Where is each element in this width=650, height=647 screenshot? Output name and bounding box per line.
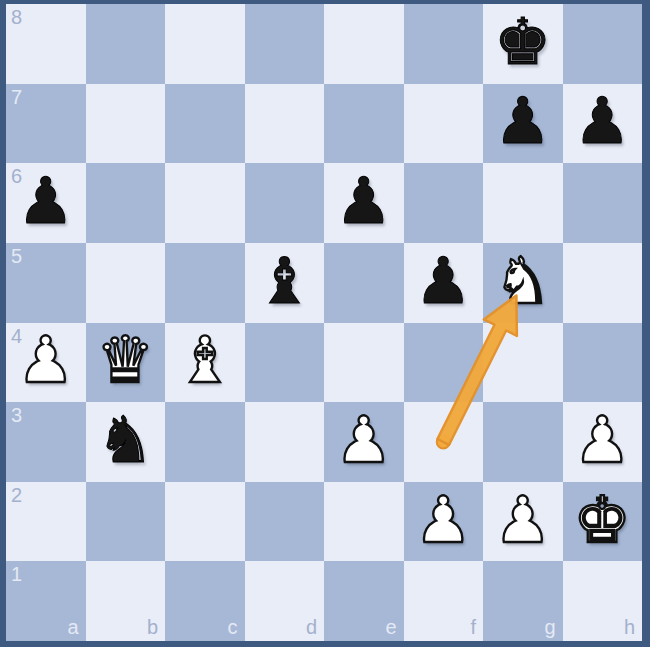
square-c8[interactable] — [165, 4, 245, 84]
square-b6[interactable] — [86, 163, 166, 243]
piece-white-king: ♚ — [574, 488, 631, 552]
square-a6[interactable]: 6♟ — [6, 163, 86, 243]
square-a2[interactable]: 2 — [6, 482, 86, 562]
square-c7[interactable] — [165, 84, 245, 164]
square-c6[interactable] — [165, 163, 245, 243]
piece-black-pawn: ♟ — [574, 89, 631, 153]
square-g7[interactable]: ♟ — [483, 84, 563, 164]
square-f2[interactable]: ♟ — [404, 482, 484, 562]
square-e3[interactable]: ♟ — [324, 402, 404, 482]
square-g1[interactable]: g — [483, 561, 563, 641]
file-label-e: e — [385, 617, 396, 637]
square-e8[interactable] — [324, 4, 404, 84]
piece-black-knight: ♞ — [97, 408, 154, 472]
piece-white-bishop: ♝ — [176, 328, 233, 392]
square-g3[interactable] — [483, 402, 563, 482]
square-a5[interactable]: 5 — [6, 243, 86, 323]
square-f3[interactable] — [404, 402, 484, 482]
square-d1[interactable]: d — [245, 561, 325, 641]
rank-label-7: 7 — [11, 87, 22, 107]
square-d5[interactable]: ♝ — [245, 243, 325, 323]
file-label-b: b — [147, 617, 158, 637]
square-f6[interactable] — [404, 163, 484, 243]
square-a8[interactable]: 8 — [6, 4, 86, 84]
square-b3[interactable]: ♞ — [86, 402, 166, 482]
square-d8[interactable] — [245, 4, 325, 84]
square-h3[interactable]: ♟ — [563, 402, 643, 482]
rank-label-1: 1 — [11, 564, 22, 584]
square-h5[interactable] — [563, 243, 643, 323]
square-e7[interactable] — [324, 84, 404, 164]
square-d2[interactable] — [245, 482, 325, 562]
square-g6[interactable] — [483, 163, 563, 243]
rank-label-8: 8 — [11, 7, 22, 27]
square-h8[interactable] — [563, 4, 643, 84]
rank-label-3: 3 — [11, 405, 22, 425]
piece-white-pawn: ♟ — [574, 408, 631, 472]
square-h4[interactable] — [563, 323, 643, 403]
square-a4[interactable]: 4♟ — [6, 323, 86, 403]
square-h1[interactable]: h — [563, 561, 643, 641]
file-label-c: c — [228, 617, 238, 637]
piece-white-pawn: ♟ — [335, 408, 392, 472]
piece-black-pawn: ♟ — [415, 249, 472, 313]
file-label-f: f — [470, 617, 476, 637]
chess-board: 8♚7♟♟6♟♟5♝♟♞4♟♛♝3♞♟♟2♟♟♚1abcdefgh — [6, 4, 642, 641]
square-e4[interactable] — [324, 323, 404, 403]
square-f5[interactable]: ♟ — [404, 243, 484, 323]
square-h7[interactable]: ♟ — [563, 84, 643, 164]
piece-white-pawn: ♟ — [494, 488, 551, 552]
square-e2[interactable] — [324, 482, 404, 562]
piece-black-pawn: ♟ — [17, 169, 74, 233]
square-g2[interactable]: ♟ — [483, 482, 563, 562]
square-g5[interactable]: ♞ — [483, 243, 563, 323]
square-h6[interactable] — [563, 163, 643, 243]
square-f4[interactable] — [404, 323, 484, 403]
square-h2[interactable]: ♚ — [563, 482, 643, 562]
square-b4[interactable]: ♛ — [86, 323, 166, 403]
square-d6[interactable] — [245, 163, 325, 243]
square-e5[interactable] — [324, 243, 404, 323]
square-b2[interactable] — [86, 482, 166, 562]
square-c1[interactable]: c — [165, 561, 245, 641]
piece-white-pawn: ♟ — [415, 488, 472, 552]
square-d7[interactable] — [245, 84, 325, 164]
piece-black-king: ♚ — [494, 10, 551, 74]
square-b5[interactable] — [86, 243, 166, 323]
square-a7[interactable]: 7 — [6, 84, 86, 164]
piece-white-knight: ♞ — [494, 249, 551, 313]
square-d3[interactable] — [245, 402, 325, 482]
square-f7[interactable] — [404, 84, 484, 164]
square-d4[interactable] — [245, 323, 325, 403]
square-c4[interactable]: ♝ — [165, 323, 245, 403]
square-c2[interactable] — [165, 482, 245, 562]
piece-black-pawn: ♟ — [494, 89, 551, 153]
square-c3[interactable] — [165, 402, 245, 482]
rank-label-5: 5 — [11, 246, 22, 266]
file-label-d: d — [306, 617, 317, 637]
piece-black-bishop: ♝ — [256, 249, 313, 313]
file-label-g: g — [544, 617, 555, 637]
square-f8[interactable] — [404, 4, 484, 84]
square-g4[interactable] — [483, 323, 563, 403]
square-b7[interactable] — [86, 84, 166, 164]
square-e6[interactable]: ♟ — [324, 163, 404, 243]
square-e1[interactable]: e — [324, 561, 404, 641]
rank-label-2: 2 — [11, 485, 22, 505]
piece-black-pawn: ♟ — [335, 169, 392, 233]
square-f1[interactable]: f — [404, 561, 484, 641]
file-label-h: h — [624, 617, 635, 637]
file-label-a: a — [67, 617, 78, 637]
square-c5[interactable] — [165, 243, 245, 323]
square-b1[interactable]: b — [86, 561, 166, 641]
piece-white-queen: ♛ — [97, 328, 154, 392]
square-a3[interactable]: 3 — [6, 402, 86, 482]
chess-board-frame: 8♚7♟♟6♟♟5♝♟♞4♟♛♝3♞♟♟2♟♟♚1abcdefgh — [0, 0, 650, 647]
square-a1[interactable]: 1a — [6, 561, 86, 641]
square-g8[interactable]: ♚ — [483, 4, 563, 84]
piece-white-pawn: ♟ — [17, 328, 74, 392]
square-b8[interactable] — [86, 4, 166, 84]
